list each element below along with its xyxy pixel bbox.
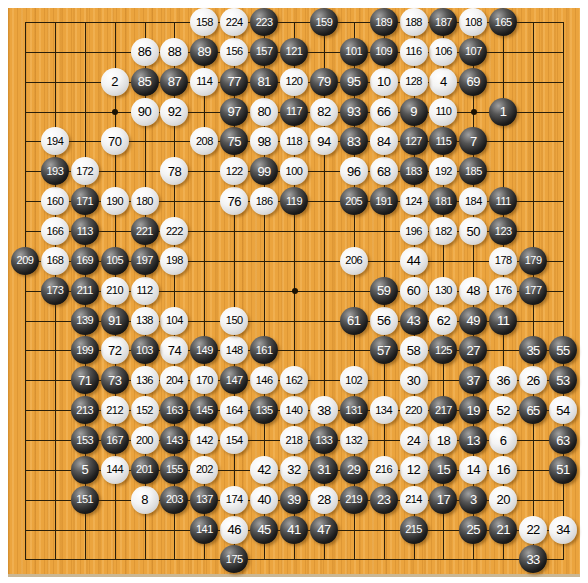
stone-14[interactable]: 14 [459, 456, 487, 484]
star-point [112, 109, 118, 115]
move-number-label: 48 [467, 284, 480, 297]
stone-35[interactable]: 35 [519, 336, 547, 364]
stone-105[interactable]: 105 [101, 247, 129, 275]
move-number-label: 105 [106, 255, 123, 266]
stone-52[interactable]: 52 [489, 396, 517, 424]
stone-219[interactable]: 219 [340, 486, 368, 514]
stone-187[interactable]: 187 [429, 8, 457, 36]
stone-199[interactable]: 199 [71, 336, 99, 364]
stone-34[interactable]: 34 [549, 516, 577, 544]
move-number-label: 56 [377, 314, 390, 327]
stone-159[interactable]: 159 [310, 8, 338, 36]
move-number-label: 37 [467, 374, 480, 387]
stone-72[interactable]: 72 [101, 336, 129, 364]
move-number-label: 49 [467, 314, 480, 327]
stone-97[interactable]: 97 [220, 98, 248, 126]
stone-142[interactable]: 142 [190, 426, 218, 454]
stone-221[interactable]: 221 [131, 217, 159, 245]
stone-128[interactable]: 128 [400, 68, 428, 96]
move-number-label: 132 [345, 435, 362, 446]
stone-54[interactable]: 54 [549, 396, 577, 424]
stone-218[interactable]: 218 [280, 426, 308, 454]
move-number-label: 95 [347, 75, 360, 88]
move-number-label: 69 [467, 75, 480, 88]
stone-205[interactable]: 205 [340, 187, 368, 215]
stone-55[interactable]: 55 [549, 336, 577, 364]
stone-88[interactable]: 88 [160, 38, 188, 66]
stone-104[interactable]: 104 [160, 307, 188, 335]
stone-95[interactable]: 95 [340, 68, 368, 96]
stone-50[interactable]: 50 [459, 217, 487, 245]
stone-137[interactable]: 137 [190, 486, 218, 514]
move-number-label: 62 [437, 314, 450, 327]
stone-117[interactable]: 117 [280, 98, 308, 126]
move-number-label: 87 [168, 75, 181, 88]
stone-217[interactable]: 217 [429, 396, 457, 424]
move-number-label: 66 [377, 105, 390, 118]
stone-9[interactable]: 9 [400, 98, 428, 126]
stone-80[interactable]: 80 [250, 98, 278, 126]
stone-174[interactable]: 174 [220, 486, 248, 514]
stone-110[interactable]: 110 [429, 98, 457, 126]
stone-74[interactable]: 74 [160, 336, 188, 364]
move-number-label: 197 [136, 255, 153, 266]
stone-161[interactable]: 161 [250, 336, 278, 364]
stone-164[interactable]: 164 [220, 396, 248, 424]
stone-27[interactable]: 27 [459, 336, 487, 364]
move-number-label: 150 [226, 315, 243, 326]
move-number-label: 25 [467, 523, 480, 536]
stone-25[interactable]: 25 [459, 516, 487, 544]
move-number-label: 86 [138, 45, 151, 58]
stone-214[interactable]: 214 [400, 486, 428, 514]
stone-184[interactable]: 184 [459, 187, 487, 215]
stone-204[interactable]: 204 [160, 366, 188, 394]
stone-155[interactable]: 155 [160, 456, 188, 484]
stone-198[interactable]: 198 [160, 247, 188, 275]
move-number-label: 177 [525, 285, 542, 296]
move-number-label: 206 [345, 255, 362, 266]
stone-210[interactable]: 210 [101, 277, 129, 305]
stone-123[interactable]: 123 [489, 217, 517, 245]
move-number-label: 51 [556, 463, 569, 476]
move-number-label: 28 [317, 493, 330, 506]
stone-46[interactable]: 46 [220, 516, 248, 544]
stone-8[interactable]: 8 [131, 486, 159, 514]
stone-41[interactable]: 41 [280, 516, 308, 544]
move-number-label: 24 [407, 434, 420, 447]
stone-160[interactable]: 160 [41, 187, 69, 215]
move-number-label: 43 [407, 314, 420, 327]
stone-171[interactable]: 171 [71, 187, 99, 215]
stone-86[interactable]: 86 [131, 38, 159, 66]
stone-76[interactable]: 76 [220, 187, 248, 215]
stone-43[interactable]: 43 [400, 307, 428, 335]
move-number-label: 218 [286, 435, 303, 446]
stone-112[interactable]: 112 [131, 277, 159, 305]
stone-140[interactable]: 140 [280, 396, 308, 424]
stone-177[interactable]: 177 [519, 277, 547, 305]
move-number-label: 211 [77, 285, 93, 296]
stone-100[interactable]: 100 [280, 157, 308, 185]
stone-108[interactable]: 108 [459, 8, 487, 36]
stone-186[interactable]: 186 [250, 187, 278, 215]
stone-167[interactable]: 167 [101, 426, 129, 454]
stone-4[interactable]: 4 [429, 68, 457, 96]
stone-73[interactable]: 73 [101, 366, 129, 394]
stone-201[interactable]: 201 [131, 456, 159, 484]
stone-223[interactable]: 223 [250, 8, 278, 36]
move-number-label: 146 [256, 375, 273, 386]
stone-120[interactable]: 120 [280, 68, 308, 96]
stone-48[interactable]: 48 [459, 277, 487, 305]
stone-49[interactable]: 49 [459, 307, 487, 335]
stone-68[interactable]: 68 [370, 157, 398, 185]
stone-47[interactable]: 47 [310, 516, 338, 544]
stone-61[interactable]: 61 [340, 307, 368, 335]
stone-29[interactable]: 29 [340, 456, 368, 484]
move-number-label: 111 [496, 196, 511, 207]
move-number-label: 5 [81, 463, 88, 476]
stone-168[interactable]: 168 [41, 247, 69, 275]
stone-32[interactable]: 32 [280, 456, 308, 484]
stone-213[interactable]: 213 [71, 396, 99, 424]
stone-92[interactable]: 92 [160, 98, 188, 126]
stone-130[interactable]: 130 [429, 277, 457, 305]
stone-58[interactable]: 58 [400, 336, 428, 364]
stone-116[interactable]: 116 [400, 38, 428, 66]
move-number-label: 60 [407, 284, 420, 297]
stone-18[interactable]: 18 [429, 426, 457, 454]
stone-124[interactable]: 124 [400, 187, 428, 215]
stone-66[interactable]: 66 [370, 98, 398, 126]
move-number-label: 156 [226, 46, 243, 57]
move-number-label: 147 [226, 375, 243, 386]
move-number-label: 159 [315, 17, 332, 28]
stone-69[interactable]: 69 [459, 68, 487, 96]
stone-144[interactable]: 144 [101, 456, 129, 484]
stone-63[interactable]: 63 [549, 426, 577, 454]
move-number-label: 35 [526, 344, 539, 357]
stone-38[interactable]: 38 [310, 396, 338, 424]
stone-5[interactable]: 5 [71, 456, 99, 484]
stone-89[interactable]: 89 [190, 38, 218, 66]
stone-30[interactable]: 30 [400, 366, 428, 394]
stone-166[interactable]: 166 [41, 217, 69, 245]
stone-65[interactable]: 65 [519, 396, 547, 424]
stone-36[interactable]: 36 [489, 366, 517, 394]
stone-84[interactable]: 84 [370, 127, 398, 155]
stone-15[interactable]: 15 [429, 456, 457, 484]
stone-107[interactable]: 107 [459, 38, 487, 66]
stone-6[interactable]: 6 [489, 426, 517, 454]
stone-24[interactable]: 24 [400, 426, 428, 454]
stone-176[interactable]: 176 [489, 277, 517, 305]
stone-133[interactable]: 133 [310, 426, 338, 454]
stone-185[interactable]: 185 [459, 157, 487, 185]
move-number-label: 144 [106, 464, 123, 475]
stone-85[interactable]: 85 [131, 68, 159, 96]
stone-209[interactable]: 209 [11, 247, 39, 275]
move-number-label: 178 [495, 255, 512, 266]
move-number-label: 108 [465, 17, 482, 28]
move-number-label: 19 [467, 404, 480, 417]
move-number-label: 53 [556, 374, 569, 387]
move-number-label: 172 [76, 166, 93, 177]
stone-224[interactable]: 224 [220, 8, 248, 36]
stone-131[interactable]: 131 [340, 396, 368, 424]
move-number-label: 149 [196, 345, 213, 356]
stone-200[interactable]: 200 [131, 426, 159, 454]
stone-153[interactable]: 153 [71, 426, 99, 454]
stone-19[interactable]: 19 [459, 396, 487, 424]
stone-22[interactable]: 22 [519, 516, 547, 544]
move-number-label: 165 [495, 17, 512, 28]
stone-151[interactable]: 151 [71, 486, 99, 514]
stone-121[interactable]: 121 [280, 38, 308, 66]
stone-122[interactable]: 122 [220, 157, 248, 185]
stone-57[interactable]: 57 [370, 336, 398, 364]
stone-82[interactable]: 82 [310, 98, 338, 126]
stone-147[interactable]: 147 [220, 366, 248, 394]
move-number-label: 188 [405, 17, 422, 28]
move-number-label: 127 [405, 136, 422, 147]
stone-17[interactable]: 17 [429, 486, 457, 514]
move-number-label: 103 [136, 345, 153, 356]
stone-3[interactable]: 3 [459, 486, 487, 514]
stone-33[interactable]: 33 [519, 545, 547, 573]
stone-150[interactable]: 150 [220, 307, 248, 335]
stone-96[interactable]: 96 [340, 157, 368, 185]
stone-119[interactable]: 119 [280, 187, 308, 215]
move-number-label: 162 [286, 375, 303, 386]
move-number-label: 181 [435, 196, 452, 207]
move-number-label: 215 [405, 524, 422, 535]
stone-149[interactable]: 149 [190, 336, 218, 364]
stone-42[interactable]: 42 [250, 456, 278, 484]
stone-173[interactable]: 173 [41, 277, 69, 305]
stone-157[interactable]: 157 [250, 38, 278, 66]
stone-208[interactable]: 208 [190, 127, 218, 155]
stone-189[interactable]: 189 [370, 8, 398, 36]
move-number-label: 170 [196, 375, 213, 386]
stone-90[interactable]: 90 [131, 98, 159, 126]
move-number-label: 155 [166, 464, 183, 475]
move-number-label: 106 [435, 46, 452, 57]
stone-113[interactable]: 113 [71, 217, 99, 245]
move-number-label: 44 [407, 254, 420, 267]
stone-109[interactable]: 109 [370, 38, 398, 66]
stone-196[interactable]: 196 [400, 217, 428, 245]
stone-192[interactable]: 192 [429, 157, 457, 185]
move-number-label: 58 [407, 344, 420, 357]
move-number-label: 71 [78, 374, 91, 387]
stone-103[interactable]: 103 [131, 336, 159, 364]
stone-216[interactable]: 216 [370, 456, 398, 484]
go-board: 1234567891011121314151617181920212223242… [8, 8, 580, 574]
stone-188[interactable]: 188 [400, 8, 428, 36]
stone-172[interactable]: 172 [71, 157, 99, 185]
stone-180[interactable]: 180 [131, 187, 159, 215]
stone-163[interactable]: 163 [160, 396, 188, 424]
stone-21[interactable]: 21 [489, 516, 517, 544]
stone-40[interactable]: 40 [250, 486, 278, 514]
stone-146[interactable]: 146 [250, 366, 278, 394]
stone-1[interactable]: 1 [489, 98, 517, 126]
move-number-label: 151 [76, 494, 93, 505]
stone-156[interactable]: 156 [220, 38, 248, 66]
stone-114[interactable]: 114 [190, 68, 218, 96]
move-number-label: 123 [495, 226, 512, 237]
move-number-label: 110 [435, 106, 451, 117]
move-number-label: 9 [410, 105, 417, 118]
stone-169[interactable]: 169 [71, 247, 99, 275]
stone-178[interactable]: 178 [489, 247, 517, 275]
stone-165[interactable]: 165 [489, 8, 517, 36]
stone-101[interactable]: 101 [340, 38, 368, 66]
stone-111[interactable]: 111 [489, 187, 517, 215]
stone-154[interactable]: 154 [220, 426, 248, 454]
move-number-label: 176 [495, 285, 512, 296]
stone-75[interactable]: 75 [220, 127, 248, 155]
stone-91[interactable]: 91 [101, 307, 129, 335]
stone-191[interactable]: 191 [370, 187, 398, 215]
stone-60[interactable]: 60 [400, 277, 428, 305]
stone-193[interactable]: 193 [41, 157, 69, 185]
stone-141[interactable]: 141 [190, 516, 218, 544]
move-number-label: 84 [377, 135, 390, 148]
stone-202[interactable]: 202 [190, 456, 218, 484]
stone-212[interactable]: 212 [101, 396, 129, 424]
stone-2[interactable]: 2 [101, 68, 129, 96]
move-number-label: 50 [467, 225, 480, 238]
move-number-label: 6 [500, 434, 507, 447]
move-number-label: 196 [405, 226, 422, 237]
stone-134[interactable]: 134 [370, 396, 398, 424]
stone-56[interactable]: 56 [370, 307, 398, 335]
move-number-label: 219 [345, 494, 362, 505]
stone-94[interactable]: 94 [310, 127, 338, 155]
move-number-label: 101 [345, 46, 362, 57]
stone-118[interactable]: 118 [280, 127, 308, 155]
stone-99[interactable]: 99 [250, 157, 278, 185]
move-number-label: 102 [345, 375, 362, 386]
stone-148[interactable]: 148 [220, 336, 248, 364]
move-number-label: 29 [347, 463, 360, 476]
stone-79[interactable]: 79 [310, 68, 338, 96]
stone-10[interactable]: 10 [370, 68, 398, 96]
stone-93[interactable]: 93 [340, 98, 368, 126]
stone-13[interactable]: 13 [459, 426, 487, 454]
stone-106[interactable]: 106 [429, 38, 457, 66]
stone-81[interactable]: 81 [250, 68, 278, 96]
stone-7[interactable]: 7 [459, 127, 487, 155]
move-number-label: 152 [136, 405, 153, 416]
stone-102[interactable]: 102 [340, 366, 368, 394]
move-number-label: 190 [106, 196, 123, 207]
stone-158[interactable]: 158 [190, 8, 218, 36]
stone-77[interactable]: 77 [220, 68, 248, 96]
stone-175[interactable]: 175 [220, 545, 248, 573]
stone-197[interactable]: 197 [131, 247, 159, 275]
stone-135[interactable]: 135 [250, 396, 278, 424]
stone-222[interactable]: 222 [160, 217, 188, 245]
stone-194[interactable]: 194 [41, 127, 69, 155]
stone-170[interactable]: 170 [190, 366, 218, 394]
stone-45[interactable]: 45 [250, 516, 278, 544]
stone-145[interactable]: 145 [190, 396, 218, 424]
move-number-label: 112 [137, 285, 153, 296]
stone-44[interactable]: 44 [400, 247, 428, 275]
stone-37[interactable]: 37 [459, 366, 487, 394]
stone-143[interactable]: 143 [160, 426, 188, 454]
stone-39[interactable]: 39 [280, 486, 308, 514]
stone-132[interactable]: 132 [340, 426, 368, 454]
move-number-label: 198 [166, 255, 183, 266]
stone-11[interactable]: 11 [489, 307, 517, 335]
stone-183[interactable]: 183 [400, 157, 428, 185]
move-number-label: 23 [377, 493, 390, 506]
stone-211[interactable]: 211 [71, 277, 99, 305]
move-number-label: 21 [497, 523, 510, 536]
stone-78[interactable]: 78 [160, 157, 188, 185]
stone-179[interactable]: 179 [519, 247, 547, 275]
move-number-label: 179 [525, 255, 542, 266]
stone-138[interactable]: 138 [131, 307, 159, 335]
stone-115[interactable]: 115 [429, 127, 457, 155]
move-number-label: 136 [136, 375, 153, 386]
stone-16[interactable]: 16 [489, 456, 517, 484]
stone-12[interactable]: 12 [400, 456, 428, 484]
move-number-label: 148 [226, 345, 243, 356]
stone-215[interactable]: 215 [400, 516, 428, 544]
stone-203[interactable]: 203 [160, 486, 188, 514]
stone-127[interactable]: 127 [400, 127, 428, 155]
stone-136[interactable]: 136 [131, 366, 159, 394]
stone-152[interactable]: 152 [131, 396, 159, 424]
stone-125[interactable]: 125 [429, 336, 457, 364]
stone-59[interactable]: 59 [370, 277, 398, 305]
stone-51[interactable]: 51 [549, 456, 577, 484]
stone-220[interactable]: 220 [400, 396, 428, 424]
move-number-label: 54 [556, 404, 569, 417]
stone-190[interactable]: 190 [101, 187, 129, 215]
stone-83[interactable]: 83 [340, 127, 368, 155]
stone-70[interactable]: 70 [101, 127, 129, 155]
stone-162[interactable]: 162 [280, 366, 308, 394]
stone-182[interactable]: 182 [429, 217, 457, 245]
stone-206[interactable]: 206 [340, 247, 368, 275]
stone-26[interactable]: 26 [519, 366, 547, 394]
stone-31[interactable]: 31 [310, 456, 338, 484]
stone-28[interactable]: 28 [310, 486, 338, 514]
move-number-label: 94 [317, 135, 330, 148]
move-number-label: 65 [526, 404, 539, 417]
move-number-label: 167 [106, 435, 123, 446]
move-number-label: 45 [257, 523, 270, 536]
stone-62[interactable]: 62 [429, 307, 457, 335]
move-number-label: 175 [226, 554, 243, 565]
stone-181[interactable]: 181 [429, 187, 457, 215]
stone-87[interactable]: 87 [160, 68, 188, 96]
stone-53[interactable]: 53 [549, 366, 577, 394]
move-number-label: 168 [46, 255, 63, 266]
stone-23[interactable]: 23 [370, 486, 398, 514]
stone-20[interactable]: 20 [489, 486, 517, 514]
stone-98[interactable]: 98 [250, 127, 278, 155]
stone-71[interactable]: 71 [71, 366, 99, 394]
stone-139[interactable]: 139 [71, 307, 99, 335]
